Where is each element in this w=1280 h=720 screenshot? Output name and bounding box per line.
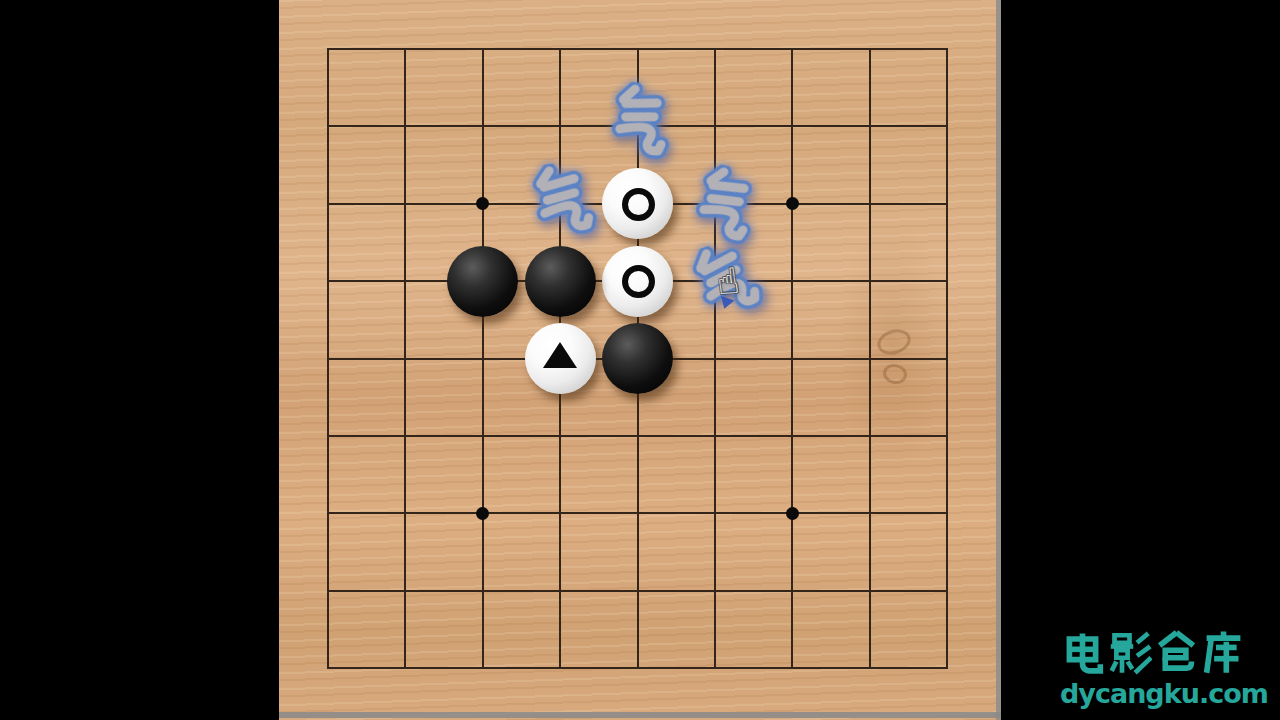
- video-frame-stage: ☝: [0, 0, 1280, 720]
- grid-line-horizontal: [327, 512, 948, 514]
- star-point: [786, 507, 799, 520]
- video-frame-edge: [996, 0, 1001, 720]
- watermark: dycangku.com: [1060, 629, 1246, 707]
- qi-liberty-sticker: [596, 79, 678, 161]
- grid-line-vertical: [791, 48, 793, 669]
- watermark-char-ku: [1201, 629, 1246, 679]
- stone-black: [602, 323, 673, 394]
- video-frame-edge: [279, 712, 1001, 718]
- hand-cursor-icon: ☝: [715, 263, 742, 302]
- grid-line-vertical: [714, 48, 716, 669]
- grid-line-vertical: [869, 48, 871, 669]
- grid-line-horizontal: [327, 435, 948, 437]
- watermark-char-ying: [1107, 629, 1152, 679]
- grid-line-horizontal: [327, 590, 948, 592]
- stone-black: [525, 246, 596, 317]
- stone-white: [602, 168, 673, 239]
- watermark-logo: [1060, 629, 1246, 679]
- grid-line-horizontal: [327, 667, 948, 669]
- star-point: [476, 197, 489, 210]
- watermark-char-cang: [1154, 629, 1199, 679]
- circle-marker: [622, 188, 655, 221]
- circle-marker: [622, 265, 655, 298]
- go-board-wood: ☝: [279, 0, 1001, 720]
- go-board: ☝: [279, 0, 1001, 720]
- stone-white: [602, 246, 673, 317]
- stone-white: [525, 323, 596, 394]
- watermark-url: dycangku.com: [1060, 680, 1246, 707]
- watermark-char-dian: [1060, 629, 1105, 679]
- triangle-marker: [543, 342, 577, 368]
- qi-liberty-sticker: [518, 158, 602, 242]
- star-point: [786, 197, 799, 210]
- qi-liberty-sticker: [678, 158, 768, 248]
- star-point: [476, 507, 489, 520]
- grid-line-vertical: [946, 48, 948, 669]
- stone-black: [447, 246, 518, 317]
